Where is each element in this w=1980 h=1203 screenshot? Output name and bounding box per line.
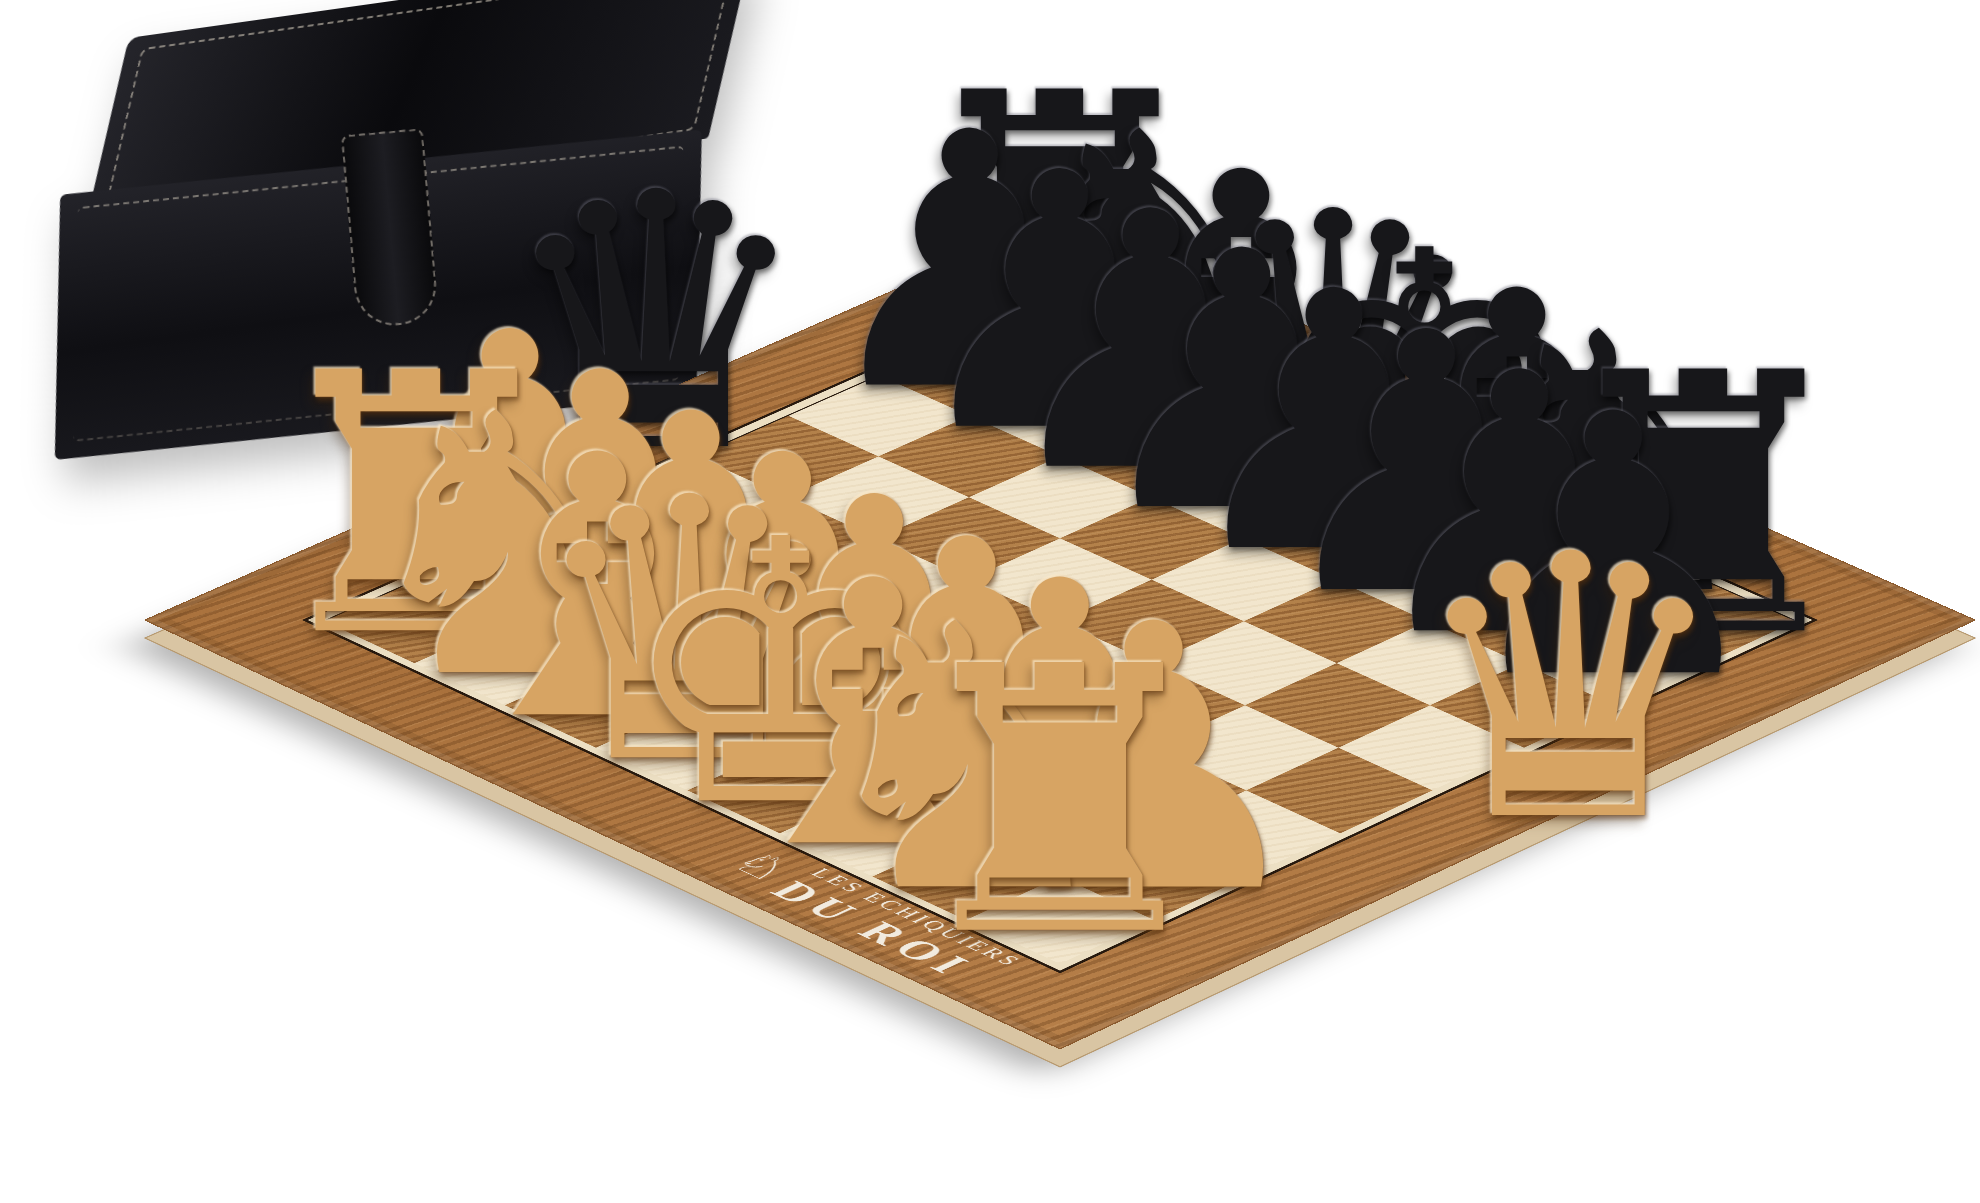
spare-queen-white[interactable]: ♛ xyxy=(1407,507,1733,871)
scene: ♘ LES ECHIQUIERS DU ROI ♜♞♝♛♚♝♞♜♟♟♟♟♟♟♟♟… xyxy=(0,0,1980,1203)
piece-white-r-h1[interactable]: ♜ xyxy=(896,620,1225,987)
